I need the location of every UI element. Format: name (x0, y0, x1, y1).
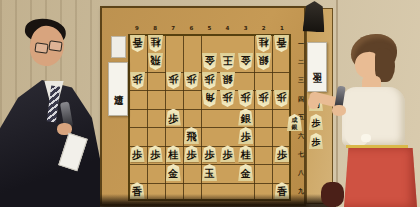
board-file-label: 9 (128, 25, 146, 31)
blouse-sleeve (345, 120, 370, 146)
board-bottom-shadow (96, 194, 336, 207)
shogi-piece[interactable]: 歩 (166, 72, 181, 89)
board-file-label: 2 (255, 25, 273, 31)
female-presenter (305, 30, 420, 207)
woman-hand-with-mic (332, 105, 346, 116)
sleeve-bow (361, 134, 371, 142)
shogi-piece[interactable]: 歩 (202, 72, 217, 89)
board-file-label: 3 (237, 25, 255, 31)
shogi-piece[interactable]: 銀 (220, 72, 235, 89)
male-presenter (0, 18, 108, 207)
photo-scene: 渡辺 羽生 987654321一二三四五六七八九香桂桂香飛金王金銀歩歩歩歩銀角歩… (0, 0, 420, 207)
woman-hand-on-board (308, 96, 319, 109)
nameplate-watanabe: 渡辺 (108, 62, 128, 116)
board-file-label: 5 (200, 25, 218, 31)
board-file-label: 8 (146, 25, 164, 31)
nameplate-watanabe-label: 渡辺 (112, 87, 125, 91)
shogi-piece[interactable]: 歩 (130, 72, 145, 89)
yellow-belt (346, 145, 408, 148)
glasses-left-lens (34, 42, 48, 54)
blank-tab (111, 36, 126, 58)
glasses-right-lens (48, 40, 62, 52)
coral-skirt (344, 148, 417, 207)
board-file-label: 6 (182, 25, 200, 31)
background-shadow (321, 182, 344, 207)
board-file-label: 4 (219, 25, 237, 31)
shogi-piece[interactable]: 歩 (184, 72, 199, 89)
board-file-label: 1 (273, 25, 291, 31)
board-file-label: 7 (164, 25, 182, 31)
